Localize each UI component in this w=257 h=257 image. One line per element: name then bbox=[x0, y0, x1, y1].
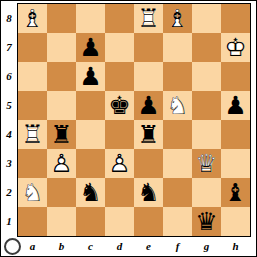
rank-label-3: 3 bbox=[1, 149, 17, 178]
square-d5[interactable]: ♚ bbox=[105, 91, 134, 120]
square-c1[interactable] bbox=[76, 207, 105, 236]
chess-diagram: 87654321 ♝♗♜♖♝♗♟♚♔♟♚♟♞♘♟♜♖♜♜♟♙♟♙♛♕♞♘♞♞♝♛… bbox=[0, 0, 257, 257]
rank-label-5: 5 bbox=[1, 91, 17, 120]
file-label-e: e bbox=[134, 237, 163, 255]
square-a5[interactable] bbox=[18, 91, 47, 120]
square-a8[interactable]: ♝♗ bbox=[18, 4, 47, 33]
square-a2[interactable]: ♞♘ bbox=[18, 178, 47, 207]
black-rook[interactable]: ♜ bbox=[47, 120, 76, 149]
square-a3[interactable] bbox=[18, 149, 47, 178]
square-b5[interactable] bbox=[47, 91, 76, 120]
file-label-b: b bbox=[47, 237, 76, 255]
square-c3[interactable] bbox=[76, 149, 105, 178]
square-f3[interactable] bbox=[163, 149, 192, 178]
square-d2[interactable] bbox=[105, 178, 134, 207]
square-c4[interactable] bbox=[76, 120, 105, 149]
square-e2[interactable]: ♞ bbox=[134, 178, 163, 207]
rank-labels: 87654321 bbox=[1, 4, 17, 236]
rank-label-4: 4 bbox=[1, 120, 17, 149]
square-g6[interactable] bbox=[192, 62, 221, 91]
white-knight[interactable]: ♞♘ bbox=[163, 91, 192, 120]
square-g3[interactable]: ♛♕ bbox=[192, 149, 221, 178]
square-g7[interactable] bbox=[192, 33, 221, 62]
chess-board: ♝♗♜♖♝♗♟♚♔♟♚♟♞♘♟♜♖♜♜♟♙♟♙♛♕♞♘♞♞♝♛ bbox=[17, 3, 251, 237]
square-h1[interactable] bbox=[221, 207, 250, 236]
rank-label-2: 2 bbox=[1, 178, 17, 207]
black-knight[interactable]: ♞ bbox=[134, 178, 163, 207]
square-h3[interactable] bbox=[221, 149, 250, 178]
square-h2[interactable]: ♝ bbox=[221, 178, 250, 207]
square-d1[interactable] bbox=[105, 207, 134, 236]
black-bishop[interactable]: ♝ bbox=[221, 178, 250, 207]
black-pawn[interactable]: ♟ bbox=[76, 62, 105, 91]
square-b2[interactable] bbox=[47, 178, 76, 207]
file-label-g: g bbox=[192, 237, 221, 255]
square-e4[interactable]: ♜ bbox=[134, 120, 163, 149]
square-f1[interactable] bbox=[163, 207, 192, 236]
black-pawn[interactable]: ♟ bbox=[221, 91, 250, 120]
square-h5[interactable]: ♟ bbox=[221, 91, 250, 120]
square-a4[interactable]: ♜♖ bbox=[18, 120, 47, 149]
white-bishop[interactable]: ♝♗ bbox=[18, 4, 47, 33]
square-g2[interactable] bbox=[192, 178, 221, 207]
rank-label-8: 8 bbox=[1, 4, 17, 33]
square-b8[interactable] bbox=[47, 4, 76, 33]
file-labels: abcdefgh bbox=[18, 237, 250, 255]
file-label-c: c bbox=[76, 237, 105, 255]
black-rook[interactable]: ♜ bbox=[134, 120, 163, 149]
rank-label-6: 6 bbox=[1, 62, 17, 91]
square-f5[interactable]: ♞♘ bbox=[163, 91, 192, 120]
square-b1[interactable] bbox=[47, 207, 76, 236]
file-label-d: d bbox=[105, 237, 134, 255]
square-f6[interactable] bbox=[163, 62, 192, 91]
square-d8[interactable] bbox=[105, 4, 134, 33]
square-c5[interactable] bbox=[76, 91, 105, 120]
square-e7[interactable] bbox=[134, 33, 163, 62]
white-rook[interactable]: ♜♖ bbox=[134, 4, 163, 33]
square-d7[interactable] bbox=[105, 33, 134, 62]
square-a1[interactable] bbox=[18, 207, 47, 236]
white-to-move-indicator bbox=[4, 238, 21, 255]
black-knight[interactable]: ♞ bbox=[76, 178, 105, 207]
square-c6[interactable]: ♟ bbox=[76, 62, 105, 91]
square-d4[interactable] bbox=[105, 120, 134, 149]
square-c8[interactable] bbox=[76, 4, 105, 33]
white-queen[interactable]: ♛♕ bbox=[192, 149, 221, 178]
square-e8[interactable]: ♜♖ bbox=[134, 4, 163, 33]
square-e6[interactable] bbox=[134, 62, 163, 91]
square-h4[interactable] bbox=[221, 120, 250, 149]
square-f8[interactable]: ♝♗ bbox=[163, 4, 192, 33]
black-queen[interactable]: ♛ bbox=[192, 207, 221, 236]
rank-label-1: 1 bbox=[1, 207, 17, 236]
file-label-h: h bbox=[221, 237, 250, 255]
white-knight[interactable]: ♞♘ bbox=[18, 178, 47, 207]
square-b6[interactable] bbox=[47, 62, 76, 91]
square-f7[interactable] bbox=[163, 33, 192, 62]
square-b4[interactable]: ♜ bbox=[47, 120, 76, 149]
square-g4[interactable] bbox=[192, 120, 221, 149]
black-pawn[interactable]: ♟ bbox=[134, 91, 163, 120]
square-f4[interactable] bbox=[163, 120, 192, 149]
square-e5[interactable]: ♟ bbox=[134, 91, 163, 120]
square-c2[interactable]: ♞ bbox=[76, 178, 105, 207]
rank-label-7: 7 bbox=[1, 33, 17, 62]
square-h6[interactable] bbox=[221, 62, 250, 91]
white-pawn[interactable]: ♟♙ bbox=[105, 149, 134, 178]
file-label-f: f bbox=[163, 237, 192, 255]
square-c7[interactable]: ♟ bbox=[76, 33, 105, 62]
square-e1[interactable] bbox=[134, 207, 163, 236]
square-b7[interactable] bbox=[47, 33, 76, 62]
white-king[interactable]: ♚♔ bbox=[221, 33, 250, 62]
square-h7[interactable]: ♚♔ bbox=[221, 33, 250, 62]
square-f2[interactable] bbox=[163, 178, 192, 207]
file-label-a: a bbox=[18, 237, 47, 255]
black-pawn[interactable]: ♟ bbox=[76, 33, 105, 62]
white-pawn[interactable]: ♟♙ bbox=[47, 149, 76, 178]
white-bishop[interactable]: ♝♗ bbox=[163, 4, 192, 33]
black-king[interactable]: ♚ bbox=[105, 91, 134, 120]
square-h8[interactable] bbox=[221, 4, 250, 33]
square-d3[interactable]: ♟♙ bbox=[105, 149, 134, 178]
square-e3[interactable] bbox=[134, 149, 163, 178]
square-g5[interactable] bbox=[192, 91, 221, 120]
square-g8[interactable] bbox=[192, 4, 221, 33]
square-a6[interactable] bbox=[18, 62, 47, 91]
square-g1[interactable]: ♛ bbox=[192, 207, 221, 236]
square-b3[interactable]: ♟♙ bbox=[47, 149, 76, 178]
white-rook[interactable]: ♜♖ bbox=[18, 120, 47, 149]
square-a7[interactable] bbox=[18, 33, 47, 62]
square-d6[interactable] bbox=[105, 62, 134, 91]
